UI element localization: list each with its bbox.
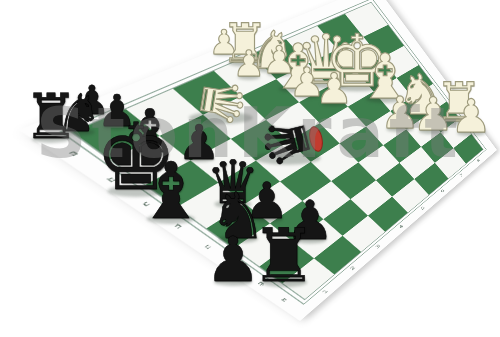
- board-frame: [59, 0, 486, 305]
- chess-set-product-photo: abcdefgh 12345678 ♟♜♟♞♟♝♟♛♟♚♝♟♞♟♜♟♛♜♞♟♟♝…: [0, 0, 500, 337]
- chess-board: [70, 2, 483, 300]
- chess-mat: abcdefgh 12345678: [19, 0, 497, 321]
